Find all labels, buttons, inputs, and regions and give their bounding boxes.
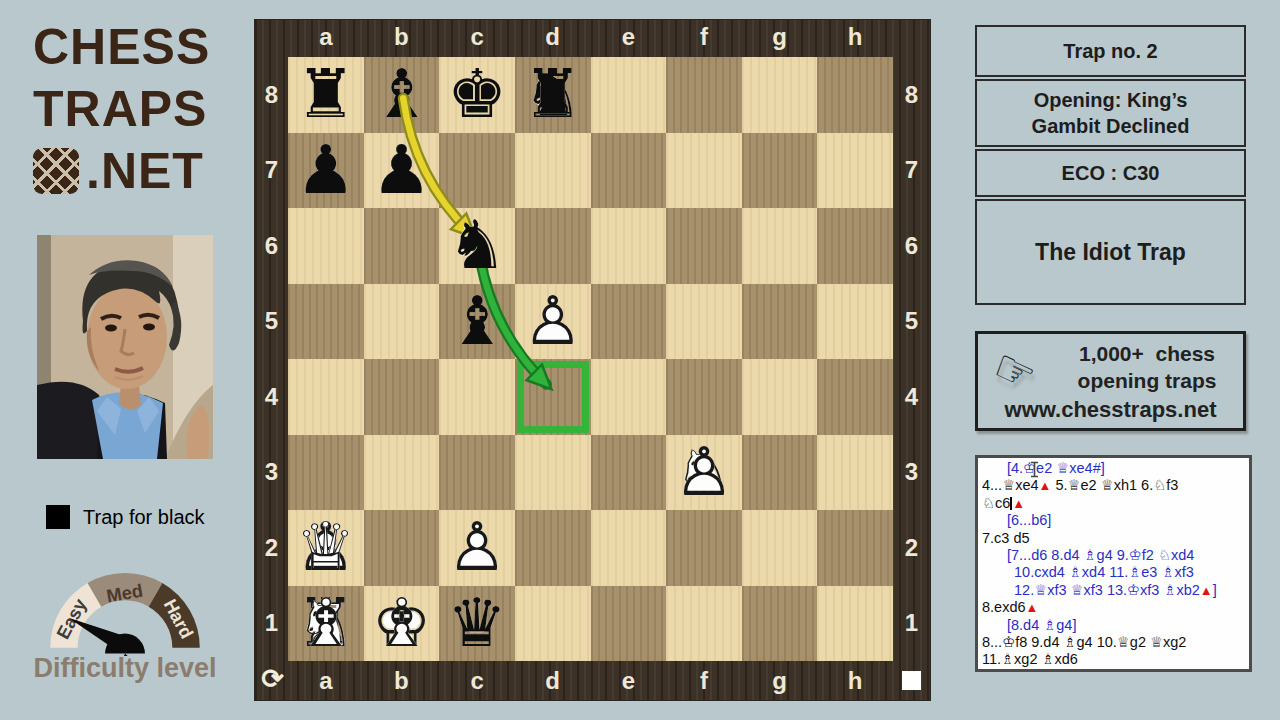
file-label-c: c	[439, 23, 515, 51]
square-e5	[591, 284, 667, 360]
trap-number-text: Trap no. 2	[1063, 40, 1157, 63]
rank-label-1: 1	[255, 586, 288, 662]
white-pawn-c2: ♟♙	[439, 510, 515, 586]
black-bishop-c5: ♗♝	[439, 284, 515, 360]
side-to-move-indicator	[902, 671, 921, 690]
move-line-4[interactable]: [6...b6]	[982, 512, 1245, 529]
move-line-11[interactable]: 8...♔f8 9.d4 ♗g4 10.♕g2 ♕xg2	[982, 634, 1245, 651]
square-e1	[591, 586, 667, 662]
trap-side-label: Trap for black	[83, 506, 205, 529]
black-rook-d8: ♖♜	[515, 57, 591, 133]
square-a6	[288, 208, 364, 284]
rank-label-5: 5	[893, 284, 930, 360]
eco-text: ECO : C30	[1062, 162, 1160, 185]
logo-line-2: TRAPS	[33, 78, 210, 140]
black-queen-c1: ♕♛	[439, 586, 515, 662]
square-d7	[515, 133, 591, 209]
square-b4	[364, 359, 440, 435]
rank-label-2: 2	[255, 510, 288, 586]
square-h3	[817, 435, 893, 511]
chess-board: ♖♜♗♝♔♚♘♞♖♜♙♟♙♟♙♟♙♟♙♟♙♟♙♟♘♞♗♝♟♙♞♘♟♙♟♙♟♙♟♙…	[255, 20, 930, 700]
promo-line-2: opening traps	[1054, 369, 1240, 393]
square-a3	[288, 435, 364, 511]
rank-label-4: 4	[893, 359, 930, 435]
square-d6	[515, 208, 591, 284]
video-frame: CHESS TRAPS .NET Trap for black	[0, 0, 1280, 720]
move-line-8[interactable]: 12.♕xf3 ♕xf3 13.♔xf3 ♗xb2▲]	[982, 582, 1245, 599]
square-a4	[288, 359, 364, 435]
white-bishop-a1: ♝♗	[288, 586, 364, 662]
square-f1	[666, 586, 742, 662]
move-line-9[interactable]: 8.exd6▲	[982, 599, 1245, 616]
square-b6	[364, 208, 440, 284]
square-b5	[364, 284, 440, 360]
square-b3	[364, 435, 440, 511]
red-triangle-marker: ▲	[1200, 583, 1213, 598]
rank-label-5: 5	[255, 284, 288, 360]
rank-label-6: 6	[255, 208, 288, 284]
square-f7	[666, 133, 742, 209]
move-line-5[interactable]: 7.c3 d5	[982, 530, 1245, 547]
square-e4	[591, 359, 667, 435]
trap-side-indicator: Trap for black	[46, 505, 205, 529]
promo-url-link[interactable]: www.chesstraps.net	[978, 397, 1243, 423]
square-g4	[742, 359, 818, 435]
square-e2	[591, 510, 667, 586]
rank-label-8: 8	[255, 57, 288, 133]
rank-label-1: 1	[893, 586, 930, 662]
site-logo: CHESS TRAPS .NET	[33, 16, 210, 202]
file-label-e: e	[591, 23, 667, 51]
rank-label-2: 2	[893, 510, 930, 586]
file-label-b: b	[364, 667, 440, 695]
text-cursor-ibeam	[1029, 461, 1040, 478]
square-g8	[742, 57, 818, 133]
promo-line-1: 1,000+ chess	[1054, 342, 1240, 366]
rank-label-7: 7	[255, 133, 288, 209]
move-line-6[interactable]: [7...d6 8.d4 ♗g4 9.♔f2 ♘xd4	[982, 547, 1245, 564]
move-line-7[interactable]: 10.cxd4 ♗xd4 11.♗e3 ♗xf3	[982, 564, 1245, 581]
presenter-photo	[37, 235, 213, 459]
black-square-icon	[46, 505, 70, 529]
promo-box[interactable]: ☞ 1,000+ chess opening traps www.chesstr…	[975, 331, 1246, 431]
file-label-a: a	[288, 667, 364, 695]
square-g1	[742, 586, 818, 662]
white-queen-a2: ♛♕	[288, 510, 364, 586]
square-g7	[742, 133, 818, 209]
difficulty-gauge: Easy Med Hard	[25, 548, 225, 656]
white-pawn-f3: ♟♙	[666, 435, 742, 511]
file-label-h: h	[817, 23, 893, 51]
file-label-f: f	[666, 23, 742, 51]
square-f2	[666, 510, 742, 586]
rank-label-6: 6	[893, 208, 930, 284]
trap-name-box: The Idiot Trap	[975, 199, 1246, 305]
highlight-square-d4	[517, 361, 589, 433]
square-g5	[742, 284, 818, 360]
file-label-a: a	[288, 23, 364, 51]
logo-line-1: CHESS	[33, 16, 210, 78]
square-g3	[742, 435, 818, 511]
file-label-g: g	[742, 667, 818, 695]
square-g6	[742, 208, 818, 284]
move-line-3[interactable]: ♘c6▲	[982, 495, 1245, 512]
square-h6	[817, 208, 893, 284]
square-g2	[742, 510, 818, 586]
square-h2	[817, 510, 893, 586]
opening-box: Opening: King’s Gambit Declined	[975, 79, 1246, 147]
red-triangle-marker: ▲	[1012, 496, 1025, 511]
logo-line-3: .NET	[86, 140, 204, 202]
square-e7	[591, 133, 667, 209]
file-label-g: g	[742, 23, 818, 51]
move-line-10[interactable]: [8.d4 ♗g4]	[982, 617, 1245, 634]
file-label-d: d	[515, 23, 591, 51]
square-c7	[439, 133, 515, 209]
rank-label-4: 4	[255, 359, 288, 435]
square-e8	[591, 57, 667, 133]
black-knight-c6: ♘♞	[439, 208, 515, 284]
move-line-12[interactable]: 11.♗xg2 ♗xd6	[982, 651, 1245, 668]
square-d2	[515, 510, 591, 586]
move-line-2[interactable]: 4...♕xe4▲ 5.♕e2 ♕xh1 6.♘f3	[982, 477, 1245, 494]
file-label-h: h	[817, 667, 893, 695]
file-label-d: d	[515, 667, 591, 695]
lattice-square-icon	[33, 148, 79, 194]
eco-box: ECO : C30	[975, 149, 1246, 197]
trap-number-box: Trap no. 2	[975, 25, 1246, 77]
square-e6	[591, 208, 667, 284]
file-label-e: e	[591, 667, 667, 695]
black-king-c8: ♔♚	[439, 57, 515, 133]
red-triangle-marker: ▲	[1039, 478, 1052, 493]
black-pawn-a7: ♙♟	[288, 133, 364, 209]
white-bishop-b1: ♝♗	[364, 586, 440, 662]
square-h4	[817, 359, 893, 435]
square-a5	[288, 284, 364, 360]
square-d3	[515, 435, 591, 511]
trap-name-text: The Idiot Trap	[1035, 239, 1186, 266]
square-f6	[666, 208, 742, 284]
black-pawn-b7: ♙♟	[364, 133, 440, 209]
red-triangle-marker: ▲	[1026, 600, 1039, 615]
square-h8	[817, 57, 893, 133]
black-rook-a8: ♖♜	[288, 57, 364, 133]
square-b2	[364, 510, 440, 586]
black-bishop-b8: ♗♝	[364, 57, 440, 133]
square-d1	[515, 586, 591, 662]
rank-label-3: 3	[893, 435, 930, 511]
opening-text-line1: Opening: King’s	[1034, 87, 1188, 113]
square-h7	[817, 133, 893, 209]
file-label-c: c	[439, 667, 515, 695]
square-e3	[591, 435, 667, 511]
flip-board-button[interactable]: ⟳	[257, 663, 288, 695]
square-h5	[817, 284, 893, 360]
square-h1	[817, 586, 893, 662]
rank-label-3: 3	[255, 435, 288, 511]
square-f5	[666, 284, 742, 360]
file-label-b: b	[364, 23, 440, 51]
difficulty-title: Difficulty level	[25, 653, 225, 684]
pointing-hand-icon: ☞	[985, 338, 1045, 404]
square-f8	[666, 57, 742, 133]
move-list-panel[interactable]: [4.♔e2 ♕xe4#]4...♕xe4▲ 5.♕e2 ♕xh1 6.♘f3♘…	[975, 455, 1252, 672]
rank-label-8: 8	[893, 57, 930, 133]
square-c4	[439, 359, 515, 435]
rank-label-7: 7	[893, 133, 930, 209]
square-f4	[666, 359, 742, 435]
move-line-1[interactable]: [4.♔e2 ♕xe4#]	[982, 460, 1245, 477]
square-c3	[439, 435, 515, 511]
move-list: [4.♔e2 ♕xe4#]4...♕xe4▲ 5.♕e2 ♕xh1 6.♘f3♘…	[982, 460, 1245, 669]
opening-text-line2: Gambit Declined	[1032, 113, 1190, 139]
board-playing-area: ♖♜♗♝♔♚♘♞♖♜♙♟♙♟♙♟♙♟♙♟♙♟♙♟♘♞♗♝♟♙♞♘♟♙♟♙♟♙♟♙…	[288, 57, 893, 661]
file-label-f: f	[666, 667, 742, 695]
white-pawn-d5: ♟♙	[515, 284, 591, 360]
